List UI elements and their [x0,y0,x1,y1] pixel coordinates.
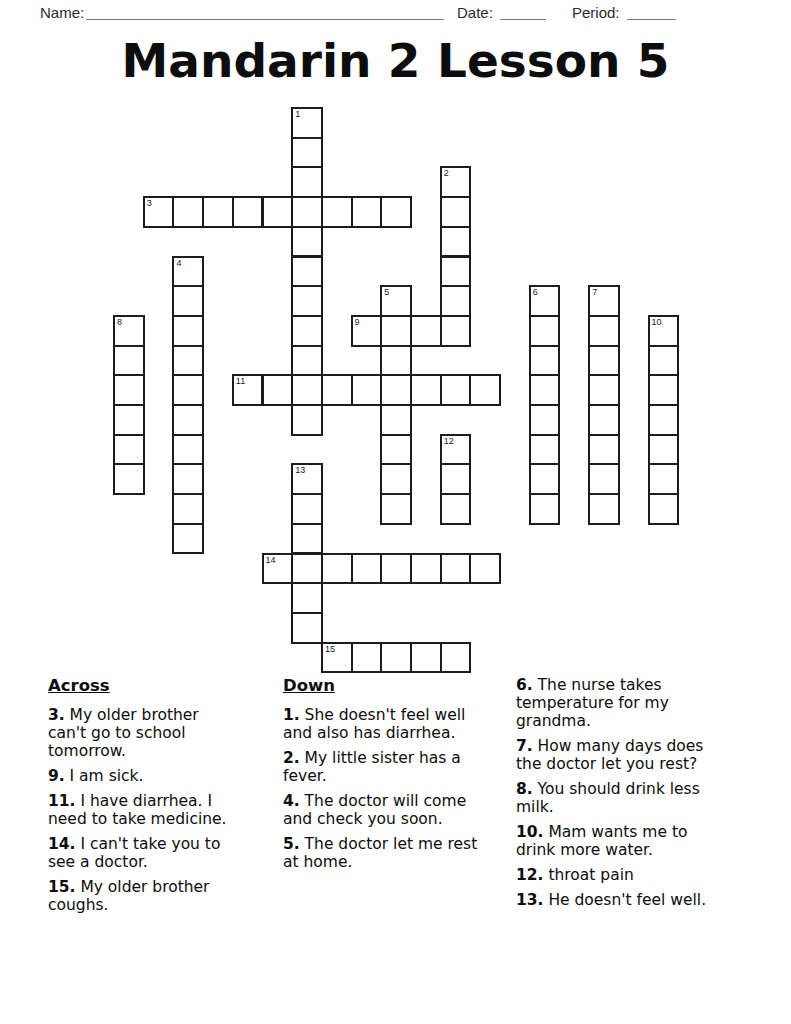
grid-cell-r7c10[interactable] [410,315,442,347]
grid-cell-r10c6[interactable] [291,404,323,436]
date-blank-line [500,4,546,20]
grid-cell-r12c14[interactable] [529,463,561,495]
grid-cell-r13c9[interactable] [380,493,412,525]
grid-cell-r2c11[interactable]: 2 [440,166,472,198]
grid-cell-r18c11[interactable] [440,642,472,674]
grid-cell-r9c10[interactable] [410,374,442,406]
grid-cell-r15c11[interactable] [440,553,472,585]
grid-cell-r6c6[interactable] [291,285,323,317]
grid-cell-r15c12[interactable] [469,553,501,585]
name-label: Name: [40,4,84,21]
grid-cell-r9c6[interactable] [291,374,323,406]
crossword-grid: 123456789101112131415 [113,107,680,674]
grid-cell-r6c9[interactable]: 5 [380,285,412,317]
grid-cell-r7c0[interactable]: 8 [113,315,145,347]
grid-cell-r7c11[interactable] [440,315,472,347]
grid-cell-r12c2[interactable] [172,463,204,495]
grid-cell-r7c8[interactable]: 9 [351,315,383,347]
grid-cell-r3c1[interactable]: 3 [143,196,175,228]
grid-cell-r15c8[interactable] [351,553,383,585]
clue-down-7: 7. How many days does the doctor let you… [516,737,724,773]
grid-cell-r9c2[interactable] [172,374,204,406]
period-blank-line [627,4,676,20]
grid-cell-r8c2[interactable] [172,345,204,377]
grid-cell-r11c16[interactable] [588,434,620,466]
grid-cell-r12c18[interactable] [648,463,680,495]
clue-down-12: 12. throat pain [516,866,724,884]
grid-cell-r9c12[interactable] [469,374,501,406]
grid-cell-r12c9[interactable] [380,463,412,495]
clue-down-6: 6. The nurse takes temperature for my gr… [516,676,724,730]
across-clue-list: 3. My older brother can't go to school t… [48,706,235,914]
across-clues-column: Across 3. My older brother can't go to s… [48,676,235,921]
grid-cell-r1c6[interactable] [291,137,323,169]
grid-cell-r8c0[interactable] [113,345,145,377]
grid-cell-r3c6[interactable] [291,196,323,228]
grid-cell-r9c11[interactable] [440,374,472,406]
clue-across-14: 14. I can't take you to see a doctor. [48,835,235,871]
grid-cell-r14c2[interactable] [172,523,204,555]
grid-clue-number-9: 9 [355,317,360,327]
clue-across-9: 9. I am sick. [48,767,235,785]
grid-cell-r12c6[interactable]: 13 [291,463,323,495]
grid-cell-r7c14[interactable] [529,315,561,347]
grid-cell-r18c8[interactable] [351,642,383,674]
grid-cell-r8c9[interactable] [380,345,412,377]
grid-cell-r15c6[interactable] [291,553,323,585]
clue-across-11: 11. I have diarrhea. I need to take medi… [48,792,235,828]
grid-cell-r4c11[interactable] [440,226,472,258]
grid-cell-r10c16[interactable] [588,404,620,436]
grid-cell-r6c11[interactable] [440,285,472,317]
grid-cell-r11c14[interactable] [529,434,561,466]
clue-across-3: 3. My older brother can't go to school t… [48,706,235,760]
worksheet-page: Name: Date: Period: Mandarin 2 Lesson 5 … [0,0,791,1024]
grid-cell-r4c6[interactable] [291,226,323,258]
period-label: Period: [572,4,620,21]
clue-across-15: 15. My older brother coughs. [48,878,235,914]
grid-cell-r12c16[interactable] [588,463,620,495]
grid-cell-r10c0[interactable] [113,404,145,436]
grid-clue-number-1: 1 [295,109,300,119]
clue-down-10: 10. Mam wants me to drink more water. [516,823,724,859]
down-heading: Down [283,676,480,695]
grid-clue-number-4: 4 [176,258,181,268]
grid-cell-r6c16[interactable]: 7 [588,285,620,317]
grid-cell-r3c7[interactable] [321,196,353,228]
clue-down-5: 5. The doctor let me rest at home. [283,835,480,871]
grid-cell-r11c18[interactable] [648,434,680,466]
clue-down-4: 4. The doctor will come and check you so… [283,792,480,828]
grid-clue-number-8: 8 [117,317,122,327]
grid-cell-r8c18[interactable] [648,345,680,377]
grid-cell-r14c6[interactable] [291,523,323,555]
down-clue-list-part2: 6. The nurse takes temperature for my gr… [516,676,724,909]
grid-cell-r10c2[interactable] [172,404,204,436]
grid-cell-r13c6[interactable] [291,493,323,525]
grid-cell-r3c3[interactable] [202,196,234,228]
grid-cell-r17c6[interactable] [291,612,323,644]
grid-cell-r0c6[interactable]: 1 [291,107,323,139]
grid-clue-number-6: 6 [533,287,538,297]
grid-cell-r6c14[interactable]: 6 [529,285,561,317]
grid-cell-r11c11[interactable]: 12 [440,434,472,466]
down-clues-column: Down 1. She doesn't feel well and also h… [283,676,480,878]
grid-cell-r9c16[interactable] [588,374,620,406]
grid-cell-r3c11[interactable] [440,196,472,228]
grid-clue-number-5: 5 [384,287,389,297]
grid-cell-r13c11[interactable] [440,493,472,525]
grid-cell-r9c8[interactable] [351,374,383,406]
grid-clue-number-13: 13 [295,465,305,475]
grid-cell-r5c6[interactable] [291,256,323,288]
grid-cell-r13c18[interactable] [648,493,680,525]
down-clues-column-2: 6. The nurse takes temperature for my gr… [516,676,724,916]
grid-cell-r13c2[interactable] [172,493,204,525]
grid-cell-r7c18[interactable]: 10 [648,315,680,347]
grid-clue-number-15: 15 [325,644,335,654]
grid-cell-r11c2[interactable] [172,434,204,466]
grid-cell-r10c9[interactable] [380,404,412,436]
grid-cell-r12c11[interactable] [440,463,472,495]
grid-cell-r7c16[interactable] [588,315,620,347]
clue-down-8: 8. You should drink less milk. [516,780,724,816]
grid-cell-r3c2[interactable] [172,196,204,228]
grid-cell-r15c10[interactable] [410,553,442,585]
grid-cell-r9c18[interactable] [648,374,680,406]
name-blank-line [86,4,444,20]
grid-clue-number-10: 10 [652,317,662,327]
grid-cell-r7c6[interactable] [291,315,323,347]
clue-down-2: 2. My little sister has a fever. [283,749,480,785]
grid-cell-r12c0[interactable] [113,463,145,495]
across-heading: Across [48,676,235,695]
grid-cell-r9c9[interactable] [380,374,412,406]
grid-cell-r7c9[interactable] [380,315,412,347]
grid-cell-r10c18[interactable] [648,404,680,436]
grid-clue-number-7: 7 [592,287,597,297]
clue-down-13: 13. He doesn't feel well. [516,891,724,909]
grid-cell-r9c5[interactable] [262,374,294,406]
grid-cell-r3c9[interactable] [380,196,412,228]
grid-cell-r18c10[interactable] [410,642,442,674]
grid-clue-number-11: 11 [236,376,245,386]
grid-cell-r8c14[interactable] [529,345,561,377]
grid-cell-r3c4[interactable] [232,196,264,228]
grid-cell-r9c14[interactable] [529,374,561,406]
grid-cell-r9c0[interactable] [113,374,145,406]
grid-cell-r8c16[interactable] [588,345,620,377]
page-title: Mandarin 2 Lesson 5 [0,33,791,89]
grid-cell-r8c6[interactable] [291,345,323,377]
grid-clue-number-2: 2 [444,168,449,178]
grid-cell-r13c16[interactable] [588,493,620,525]
grid-cell-r3c5[interactable] [262,196,294,228]
grid-cell-r3c8[interactable] [351,196,383,228]
clue-down-1: 1. She doesn't feel well and also has di… [283,706,480,742]
grid-cell-r13c14[interactable] [529,493,561,525]
grid-cell-r2c6[interactable] [291,166,323,198]
grid-cell-r11c0[interactable] [113,434,145,466]
grid-cell-r5c2[interactable]: 4 [172,256,204,288]
grid-cell-r15c7[interactable] [321,553,353,585]
grid-cell-r18c7[interactable]: 15 [321,642,353,674]
grid-cell-r15c5[interactable]: 14 [262,553,294,585]
grid-clue-number-14: 14 [266,555,276,565]
grid-cell-r18c9[interactable] [380,642,412,674]
grid-cell-r9c4[interactable]: 11 [232,374,264,406]
grid-cell-r7c2[interactable] [172,315,204,347]
grid-cell-r9c7[interactable] [321,374,353,406]
grid-clue-number-12: 12 [444,436,454,446]
grid-cell-r10c14[interactable] [529,404,561,436]
grid-clue-number-3: 3 [147,198,152,208]
grid-cell-r11c9[interactable] [380,434,412,466]
date-label: Date: [457,4,493,21]
grid-cell-r6c2[interactable] [172,285,204,317]
grid-cell-r16c6[interactable] [291,582,323,614]
down-clue-list-part1: 1. She doesn't feel well and also has di… [283,706,480,871]
grid-cell-r5c11[interactable] [440,256,472,288]
grid-cell-r15c9[interactable] [380,553,412,585]
